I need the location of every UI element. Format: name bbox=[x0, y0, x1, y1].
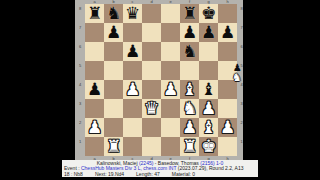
white-pawn-a2: ♟ bbox=[85, 118, 104, 137]
black-pawn-c6: ♟ bbox=[123, 42, 142, 61]
square-f1: ♜ bbox=[180, 137, 199, 156]
letterbox-left bbox=[0, 0, 75, 180]
square-g5 bbox=[199, 61, 218, 80]
captured-white-knight-icon: ♞ bbox=[232, 71, 242, 84]
square-c7 bbox=[123, 23, 142, 42]
black-rook-f8: ♜ bbox=[180, 4, 199, 23]
square-a2: ♟ bbox=[85, 118, 104, 137]
black-knight-b8: ♞ bbox=[104, 4, 123, 23]
white-bishop-f4: ♝ bbox=[180, 80, 199, 99]
square-d1 bbox=[142, 137, 161, 156]
square-c4: ♟ bbox=[123, 80, 142, 99]
square-a8: ♜ bbox=[85, 4, 104, 23]
move-played: 18 : Nb8 bbox=[64, 172, 83, 177]
white-pawn-g3: ♟ bbox=[199, 99, 218, 118]
square-f6: ♞ bbox=[180, 42, 199, 61]
rank-label-4: 4 bbox=[76, 80, 84, 99]
black-queen-c8: ♛ bbox=[123, 4, 142, 23]
square-b6 bbox=[104, 42, 123, 61]
square-h2: ♟ bbox=[218, 118, 237, 137]
white-pawn-e4: ♟ bbox=[161, 80, 180, 99]
black-pawn-g7: ♟ bbox=[199, 23, 218, 42]
square-a5 bbox=[85, 61, 104, 80]
square-c1 bbox=[123, 137, 142, 156]
white-rook-f1: ♜ bbox=[180, 137, 199, 156]
square-b3 bbox=[104, 99, 123, 118]
material-balance: Material: 0 bbox=[172, 172, 195, 177]
black-pawn-b7: ♟ bbox=[104, 23, 123, 42]
square-b5 bbox=[104, 61, 123, 80]
rank-label-2: 2 bbox=[76, 118, 84, 137]
square-a7 bbox=[85, 23, 104, 42]
black-bishop-g4: ♝ bbox=[199, 80, 218, 99]
square-h7: ♟ bbox=[218, 23, 237, 42]
square-d8 bbox=[142, 4, 161, 23]
square-b4 bbox=[104, 80, 123, 99]
square-b1: ♜ bbox=[104, 137, 123, 156]
white-rook-b1: ♜ bbox=[104, 137, 123, 156]
rank-label-3: 3 bbox=[76, 99, 84, 118]
square-f7: ♟ bbox=[180, 23, 199, 42]
square-a6 bbox=[85, 42, 104, 61]
square-e1 bbox=[161, 137, 180, 156]
square-d3: ♛ bbox=[142, 99, 161, 118]
square-c2 bbox=[123, 118, 142, 137]
white-queen-d3: ♛ bbox=[142, 99, 161, 118]
square-g3: ♟ bbox=[199, 99, 218, 118]
caption-box: Kalinowski, Maciej (2245) - Basedow, Tho… bbox=[62, 160, 258, 177]
square-d7 bbox=[142, 23, 161, 42]
square-d5 bbox=[142, 61, 161, 80]
white-pawn-h2: ♟ bbox=[218, 118, 237, 137]
square-f4: ♝ bbox=[180, 80, 199, 99]
square-d4 bbox=[142, 80, 161, 99]
square-d6 bbox=[142, 42, 161, 61]
square-d2 bbox=[142, 118, 161, 137]
rank-labels-left: 87654321 bbox=[76, 4, 84, 156]
white-king-g1: ♚ bbox=[199, 137, 218, 156]
square-a3 bbox=[85, 99, 104, 118]
square-b2 bbox=[104, 118, 123, 137]
square-g6 bbox=[199, 42, 218, 61]
event-line: Event : ChessHub Masters Div 3 L, chess.… bbox=[62, 166, 258, 171]
rank-label-7: 7 bbox=[76, 23, 84, 42]
square-h6 bbox=[218, 42, 237, 61]
square-e3 bbox=[161, 99, 180, 118]
square-c3 bbox=[123, 99, 142, 118]
white-pawn-c4: ♟ bbox=[123, 80, 142, 99]
square-f8: ♜ bbox=[180, 4, 199, 23]
square-h1 bbox=[218, 137, 237, 156]
square-g4: ♝ bbox=[199, 80, 218, 99]
rank-label-8: 8 bbox=[76, 4, 84, 23]
square-f3: ♞ bbox=[180, 99, 199, 118]
next-move: Next: 19.Nd4 bbox=[95, 172, 124, 177]
chess-board: ♜♞♛♜♚♟♟♟♟♟♞♟♟♟♝♝♛♞♟♟♟♝♟♜♜♚ bbox=[85, 4, 237, 156]
black-pawn-h7: ♟ bbox=[218, 23, 237, 42]
square-g2: ♝ bbox=[199, 118, 218, 137]
square-e8 bbox=[161, 4, 180, 23]
black-pawn-f7: ♟ bbox=[180, 23, 199, 42]
square-c5 bbox=[123, 61, 142, 80]
square-g8: ♚ bbox=[199, 4, 218, 23]
game-length: Length: 47 bbox=[136, 172, 160, 177]
square-a4: ♟ bbox=[85, 80, 104, 99]
rank-label-1: 1 bbox=[76, 137, 84, 156]
black-rook-a8: ♜ bbox=[85, 4, 104, 23]
square-g1: ♚ bbox=[199, 137, 218, 156]
white-bishop-g2: ♝ bbox=[199, 118, 218, 137]
square-f5 bbox=[180, 61, 199, 80]
black-king-g8: ♚ bbox=[199, 4, 218, 23]
letterbox-right bbox=[243, 0, 320, 180]
square-e2 bbox=[161, 118, 180, 137]
rank-label-6: 6 bbox=[76, 42, 84, 61]
square-b8: ♞ bbox=[104, 4, 123, 23]
square-e4: ♟ bbox=[161, 80, 180, 99]
video-frame: abcdefgh 87654321 ♜♞♛♜♚♟♟♟♟♟♞♟♟♟♝♝♛♞♟♟♟♝… bbox=[0, 0, 320, 180]
white-pawn-f2: ♟ bbox=[180, 118, 199, 137]
white-knight-f3: ♞ bbox=[180, 99, 199, 118]
square-c6: ♟ bbox=[123, 42, 142, 61]
square-a1 bbox=[85, 137, 104, 156]
black-knight-f6: ♞ bbox=[180, 42, 199, 61]
square-f2: ♟ bbox=[180, 118, 199, 137]
square-e7 bbox=[161, 23, 180, 42]
square-c8: ♛ bbox=[123, 4, 142, 23]
square-g7: ♟ bbox=[199, 23, 218, 42]
square-e6 bbox=[161, 42, 180, 61]
square-h3 bbox=[218, 99, 237, 118]
square-b7: ♟ bbox=[104, 23, 123, 42]
rank-label-5: 5 bbox=[76, 61, 84, 80]
black-pawn-a4: ♟ bbox=[85, 80, 104, 99]
board-panel: abcdefgh 87654321 ♜♞♛♜♚♟♟♟♟♟♞♟♟♟♝♝♛♞♟♟♟♝… bbox=[75, 0, 243, 177]
square-h8 bbox=[218, 4, 237, 23]
square-e5 bbox=[161, 61, 180, 80]
move-info-line: 18 : Nb8 Next: 19.Nd4 Length: 47 Materia… bbox=[62, 172, 258, 177]
